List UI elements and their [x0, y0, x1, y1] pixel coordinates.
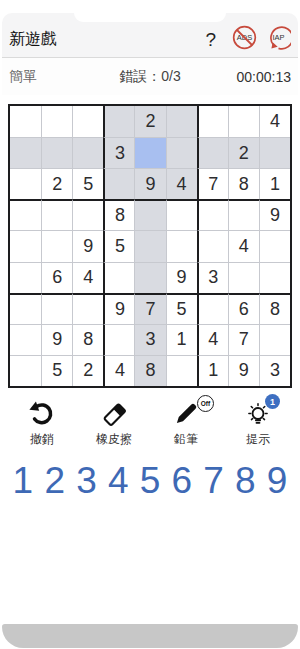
cell-r8c8[interactable]: 7: [228, 324, 259, 355]
cell-r6c6[interactable]: 9: [166, 262, 197, 293]
cell-r1c3[interactable]: [72, 106, 103, 137]
cell-r2c4[interactable]: 3: [103, 137, 134, 168]
cell-r6c3[interactable]: 4: [72, 262, 103, 293]
cell-r1c6[interactable]: [166, 106, 197, 137]
cell-r1c1[interactable]: [10, 106, 41, 137]
cell-r2c9[interactable]: [259, 137, 290, 168]
cell-r9c4[interactable]: 4: [103, 355, 134, 386]
pencil-label: 鉛筆: [174, 431, 198, 448]
cell-r1c9[interactable]: 4: [259, 106, 290, 137]
no-ads-icon: ADS: [232, 25, 257, 50]
cell-r1c5[interactable]: 2: [134, 106, 165, 137]
pencil-button[interactable]: Off 鉛筆: [156, 400, 216, 448]
cell-r5c4[interactable]: 5: [103, 230, 134, 261]
eraser-icon: [100, 400, 128, 428]
cell-r7c5[interactable]: 7: [134, 293, 165, 324]
cell-r7c2[interactable]: [41, 293, 72, 324]
cell-r7c3[interactable]: [72, 293, 103, 324]
cell-r2c8[interactable]: 2: [228, 137, 259, 168]
cell-r7c7[interactable]: [197, 293, 228, 324]
pencil-icon: [172, 400, 200, 428]
cell-r4c9[interactable]: 9: [259, 199, 290, 230]
cell-r8c5[interactable]: 3: [134, 324, 165, 355]
errors-counter: 錯誤：0/3: [99, 68, 201, 86]
cell-r4c7[interactable]: [197, 199, 228, 230]
cell-r5c7[interactable]: [197, 230, 228, 261]
cell-r7c9[interactable]: 8: [259, 293, 290, 324]
undo-arrow-icon: [28, 400, 56, 428]
hint-button[interactable]: 1 提示: [228, 400, 288, 448]
numpad-key-6[interactable]: 6: [166, 458, 198, 504]
cell-r4c6[interactable]: [166, 199, 197, 230]
hint-label: 提示: [246, 431, 270, 448]
difficulty-label: 簡單: [9, 68, 99, 86]
cell-r8c1[interactable]: [10, 324, 41, 355]
cell-r7c1[interactable]: [10, 293, 41, 324]
cell-r8c7[interactable]: 4: [197, 324, 228, 355]
cell-r5c8[interactable]: 4: [228, 230, 259, 261]
app-window: 新遊戲 ? ADS IAP 簡單 錯誤：0/3 0: [0, 0, 300, 649]
cell-r3c6[interactable]: 4: [166, 168, 197, 199]
cell-r6c4[interactable]: [103, 262, 134, 293]
cell-r9c7[interactable]: 1: [197, 355, 228, 386]
numpad-key-1[interactable]: 1: [7, 458, 39, 504]
cell-r7c8[interactable]: 6: [228, 293, 259, 324]
cell-r6c2[interactable]: 6: [41, 262, 72, 293]
cell-r6c8[interactable]: [228, 262, 259, 293]
cell-r6c1[interactable]: [10, 262, 41, 293]
device-notch: [74, 13, 226, 22]
cell-r9c6[interactable]: [166, 355, 197, 386]
cell-r5c3[interactable]: 9: [72, 230, 103, 261]
cell-r2c5[interactable]: [134, 137, 165, 168]
cell-r9c9[interactable]: 3: [259, 355, 290, 386]
cell-r4c2[interactable]: [41, 199, 72, 230]
numpad-key-2[interactable]: 2: [39, 458, 71, 504]
cell-r8c2[interactable]: 9: [41, 324, 72, 355]
undo-button[interactable]: 撤銷: [12, 400, 72, 448]
cell-r6c9[interactable]: [259, 262, 290, 293]
cell-r9c5[interactable]: 8: [134, 355, 165, 386]
cell-r4c5[interactable]: [134, 199, 165, 230]
remove-ads-button[interactable]: ADS: [232, 25, 257, 50]
cell-r9c3[interactable]: 2: [72, 355, 103, 386]
cell-r7c6[interactable]: 5: [166, 293, 197, 324]
cell-r4c3[interactable]: [72, 199, 103, 230]
numpad-key-4[interactable]: 4: [102, 458, 134, 504]
cell-r9c8[interactable]: 9: [228, 355, 259, 386]
numpad-key-3[interactable]: 3: [71, 458, 103, 504]
cell-r3c8[interactable]: 8: [228, 168, 259, 199]
new-game-button[interactable]: 新遊戲: [9, 29, 57, 50]
restore-iap-button[interactable]: IAP: [266, 25, 291, 50]
cell-r5c5[interactable]: [134, 230, 165, 261]
numpad-key-8[interactable]: 8: [229, 458, 261, 504]
cell-r8c6[interactable]: 1: [166, 324, 197, 355]
cell-r3c3[interactable]: 5: [72, 168, 103, 199]
numpad-key-7[interactable]: 7: [198, 458, 230, 504]
cell-r3c7[interactable]: 7: [197, 168, 228, 199]
cell-r6c7[interactable]: 3: [197, 262, 228, 293]
eraser-label: 橡皮擦: [96, 431, 132, 448]
help-icon[interactable]: ?: [205, 30, 216, 50]
cell-r5c9[interactable]: [259, 230, 290, 261]
cell-r9c1[interactable]: [10, 355, 41, 386]
cell-r1c4[interactable]: [103, 106, 134, 137]
cell-r3c1[interactable]: [10, 168, 41, 199]
cell-r8c9[interactable]: [259, 324, 290, 355]
status-bar: 簡單 錯誤：0/3 00:00:13: [2, 58, 298, 95]
numpad: 123456789: [2, 458, 298, 504]
app-screen: 新遊戲 ? ADS IAP 簡單 錯誤：0/3 0: [2, 13, 298, 649]
numpad-key-5[interactable]: 5: [134, 458, 166, 504]
cell-r7c4[interactable]: 9: [103, 293, 134, 324]
cell-r4c8[interactable]: [228, 199, 259, 230]
cell-r2c1[interactable]: [10, 137, 41, 168]
cell-r1c8[interactable]: [228, 106, 259, 137]
cell-r8c3[interactable]: 8: [72, 324, 103, 355]
cell-r5c6[interactable]: [166, 230, 197, 261]
svg-text:IAP: IAP: [272, 33, 284, 42]
numpad-key-9[interactable]: 9: [261, 458, 293, 504]
cell-r4c4[interactable]: 8: [103, 199, 134, 230]
eraser-button[interactable]: 橡皮擦: [84, 400, 144, 448]
hint-count-badge: 1: [265, 394, 280, 409]
top-bar: 新遊戲 ? ADS IAP: [2, 13, 298, 58]
cell-r2c2[interactable]: [41, 137, 72, 168]
cell-r5c2[interactable]: [41, 230, 72, 261]
cell-r3c4[interactable]: [103, 168, 134, 199]
cell-r5c1[interactable]: [10, 230, 41, 261]
pencil-mode-badge: Off: [197, 395, 214, 412]
timer: 00:00:13: [201, 69, 291, 85]
cell-r2c6[interactable]: [166, 137, 197, 168]
cell-r3c9[interactable]: 1: [259, 168, 290, 199]
cell-r1c2[interactable]: [41, 106, 72, 137]
cell-r6c5[interactable]: [134, 262, 165, 293]
cell-r8c4[interactable]: [103, 324, 134, 355]
cell-r3c2[interactable]: 2: [41, 168, 72, 199]
undo-label: 撤銷: [30, 431, 54, 448]
cell-r2c3[interactable]: [72, 137, 103, 168]
cell-r4c1[interactable]: [10, 199, 41, 230]
cell-r1c7[interactable]: [197, 106, 228, 137]
cell-r9c2[interactable]: 5: [41, 355, 72, 386]
device-bottom-bezel: [2, 624, 298, 648]
sudoku-grid: 24322594781899546493975689831475248193: [8, 104, 292, 388]
cell-r2c7[interactable]: [197, 137, 228, 168]
restore-purchase-icon: IAP: [266, 25, 291, 50]
cell-r3c5[interactable]: 9: [134, 168, 165, 199]
toolbar: 撤銷 橡皮擦 Off 鉛筆: [2, 400, 298, 448]
